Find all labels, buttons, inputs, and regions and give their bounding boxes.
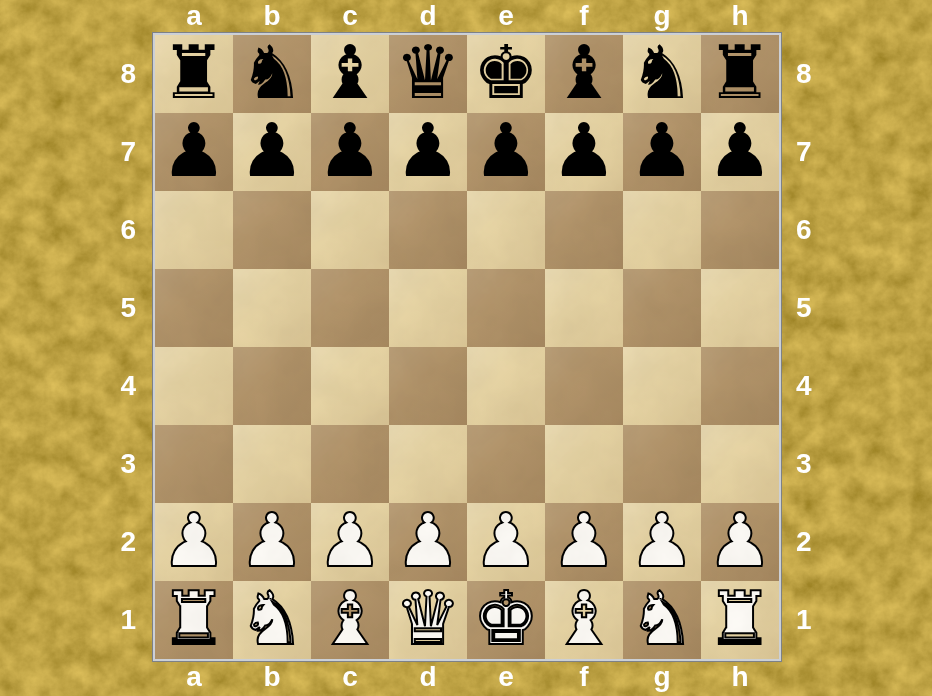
square-b2[interactable]: ♟ [233, 503, 311, 581]
piece-black-pawn[interactable]: ♟ [239, 111, 305, 189]
square-a1[interactable]: ♜ [155, 581, 233, 659]
square-a7[interactable]: ♟ [155, 113, 233, 191]
file-label-top-b: b [233, 0, 311, 31]
rank-labels-right: 87654321 [782, 35, 932, 659]
piece-black-rook[interactable]: ♜ [161, 33, 227, 111]
piece-white-pawn[interactable]: ♟ [395, 501, 461, 579]
file-label-bottom-f: f [545, 661, 623, 695]
file-labels-top: abcdefgh [155, 0, 779, 31]
piece-white-pawn[interactable]: ♟ [473, 501, 539, 579]
square-f3[interactable] [545, 425, 623, 503]
rank-label-left-1: 1 [0, 581, 148, 659]
square-c2[interactable]: ♟ [311, 503, 389, 581]
piece-black-pawn[interactable]: ♟ [629, 111, 695, 189]
piece-white-queen[interactable]: ♛ [395, 579, 461, 657]
file-labels-bottom: abcdefgh [155, 661, 779, 695]
piece-white-pawn[interactable]: ♟ [317, 501, 383, 579]
piece-white-bishop[interactable]: ♝ [551, 579, 617, 657]
file-label-bottom-h: h [701, 661, 779, 695]
square-e8[interactable]: ♚ [467, 35, 545, 113]
square-a3[interactable] [155, 425, 233, 503]
square-d3[interactable] [389, 425, 467, 503]
square-c8[interactable]: ♝ [311, 35, 389, 113]
piece-black-pawn[interactable]: ♟ [161, 111, 227, 189]
square-d8[interactable]: ♛ [389, 35, 467, 113]
square-d2[interactable]: ♟ [389, 503, 467, 581]
piece-white-pawn[interactable]: ♟ [551, 501, 617, 579]
square-c4[interactable] [311, 347, 389, 425]
file-label-bottom-e: e [467, 661, 545, 695]
square-h4[interactable] [701, 347, 779, 425]
rank-label-right-6: 6 [782, 191, 932, 269]
square-f4[interactable] [545, 347, 623, 425]
square-h1[interactable]: ♜ [701, 581, 779, 659]
square-b4[interactable] [233, 347, 311, 425]
file-label-top-c: c [311, 0, 389, 31]
square-c3[interactable] [311, 425, 389, 503]
file-label-top-f: f [545, 0, 623, 31]
square-h2[interactable]: ♟ [701, 503, 779, 581]
square-e7[interactable]: ♟ [467, 113, 545, 191]
piece-black-knight[interactable]: ♞ [629, 33, 695, 111]
square-b8[interactable]: ♞ [233, 35, 311, 113]
rank-label-left-5: 5 [0, 269, 148, 347]
rank-label-right-7: 7 [782, 113, 932, 191]
square-a5[interactable] [155, 269, 233, 347]
square-c5[interactable] [311, 269, 389, 347]
piece-black-pawn[interactable]: ♟ [473, 111, 539, 189]
piece-black-pawn[interactable]: ♟ [317, 111, 383, 189]
square-h6[interactable] [701, 191, 779, 269]
file-label-bottom-a: a [155, 661, 233, 695]
square-d5[interactable] [389, 269, 467, 347]
square-g1[interactable]: ♞ [623, 581, 701, 659]
square-e2[interactable]: ♟ [467, 503, 545, 581]
file-label-top-d: d [389, 0, 467, 31]
square-e1[interactable]: ♚ [467, 581, 545, 659]
file-label-top-g: g [623, 0, 701, 31]
square-g3[interactable] [623, 425, 701, 503]
piece-black-pawn[interactable]: ♟ [551, 111, 617, 189]
piece-black-bishop[interactable]: ♝ [317, 33, 383, 111]
rank-label-right-4: 4 [782, 347, 932, 425]
rank-labels-left: 87654321 [0, 35, 148, 659]
file-label-top-e: e [467, 0, 545, 31]
square-f6[interactable] [545, 191, 623, 269]
square-g8[interactable]: ♞ [623, 35, 701, 113]
square-d7[interactable]: ♟ [389, 113, 467, 191]
piece-black-king[interactable]: ♚ [473, 33, 539, 111]
square-a4[interactable] [155, 347, 233, 425]
square-h5[interactable] [701, 269, 779, 347]
piece-black-bishop[interactable]: ♝ [551, 33, 617, 111]
square-f2[interactable]: ♟ [545, 503, 623, 581]
square-g6[interactable] [623, 191, 701, 269]
square-f8[interactable]: ♝ [545, 35, 623, 113]
square-h8[interactable]: ♜ [701, 35, 779, 113]
piece-white-rook[interactable]: ♜ [707, 579, 773, 657]
rank-label-right-5: 5 [782, 269, 932, 347]
rank-label-right-8: 8 [782, 35, 932, 113]
board-frame: ♜♞♝♛♚♝♞♜♟♟♟♟♟♟♟♟♟♟♟♟♟♟♟♟♜♞♝♛♚♝♞♜ [152, 32, 782, 662]
square-h3[interactable] [701, 425, 779, 503]
square-g5[interactable] [623, 269, 701, 347]
piece-white-knight[interactable]: ♞ [239, 579, 305, 657]
piece-black-rook[interactable]: ♜ [707, 33, 773, 111]
rank-label-right-3: 3 [782, 425, 932, 503]
piece-white-pawn[interactable]: ♟ [629, 501, 695, 579]
square-d4[interactable] [389, 347, 467, 425]
square-c1[interactable]: ♝ [311, 581, 389, 659]
piece-white-pawn[interactable]: ♟ [239, 501, 305, 579]
file-label-bottom-g: g [623, 661, 701, 695]
piece-black-knight[interactable]: ♞ [239, 33, 305, 111]
piece-black-queen[interactable]: ♛ [395, 33, 461, 111]
square-f1[interactable]: ♝ [545, 581, 623, 659]
square-b7[interactable]: ♟ [233, 113, 311, 191]
rank-label-left-2: 2 [0, 503, 148, 581]
piece-white-pawn[interactable]: ♟ [707, 501, 773, 579]
square-a2[interactable]: ♟ [155, 503, 233, 581]
square-c7[interactable]: ♟ [311, 113, 389, 191]
square-f5[interactable] [545, 269, 623, 347]
piece-white-king[interactable]: ♚ [473, 579, 539, 657]
square-b5[interactable] [233, 269, 311, 347]
file-label-bottom-b: b [233, 661, 311, 695]
piece-white-pawn[interactable]: ♟ [161, 501, 227, 579]
file-label-top-a: a [155, 0, 233, 31]
square-e4[interactable] [467, 347, 545, 425]
square-a6[interactable] [155, 191, 233, 269]
square-e5[interactable] [467, 269, 545, 347]
rank-label-left-6: 6 [0, 191, 148, 269]
square-d1[interactable]: ♛ [389, 581, 467, 659]
chess-board-window: abcdefgh abcdefgh 87654321 87654321 ♜♞♝♛… [0, 0, 932, 696]
rank-label-right-1: 1 [782, 581, 932, 659]
square-g4[interactable] [623, 347, 701, 425]
square-e6[interactable] [467, 191, 545, 269]
piece-black-pawn[interactable]: ♟ [707, 111, 773, 189]
file-label-bottom-d: d [389, 661, 467, 695]
square-a8[interactable]: ♜ [155, 35, 233, 113]
rank-label-left-7: 7 [0, 113, 148, 191]
rank-label-left-8: 8 [0, 35, 148, 113]
square-g2[interactable]: ♟ [623, 503, 701, 581]
rank-label-left-3: 3 [0, 425, 148, 503]
square-d6[interactable] [389, 191, 467, 269]
piece-white-bishop[interactable]: ♝ [317, 579, 383, 657]
piece-white-knight[interactable]: ♞ [629, 579, 695, 657]
square-b1[interactable]: ♞ [233, 581, 311, 659]
file-label-bottom-c: c [311, 661, 389, 695]
square-e3[interactable] [467, 425, 545, 503]
square-b3[interactable] [233, 425, 311, 503]
piece-white-rook[interactable]: ♜ [161, 579, 227, 657]
file-label-top-h: h [701, 0, 779, 31]
square-c6[interactable] [311, 191, 389, 269]
square-f7[interactable]: ♟ [545, 113, 623, 191]
square-b6[interactable] [233, 191, 311, 269]
square-g7[interactable]: ♟ [623, 113, 701, 191]
rank-label-right-2: 2 [782, 503, 932, 581]
piece-black-pawn[interactable]: ♟ [395, 111, 461, 189]
square-h7[interactable]: ♟ [701, 113, 779, 191]
chess-board: ♜♞♝♛♚♝♞♜♟♟♟♟♟♟♟♟♟♟♟♟♟♟♟♟♜♞♝♛♚♝♞♜ [155, 35, 779, 659]
rank-label-left-4: 4 [0, 347, 148, 425]
